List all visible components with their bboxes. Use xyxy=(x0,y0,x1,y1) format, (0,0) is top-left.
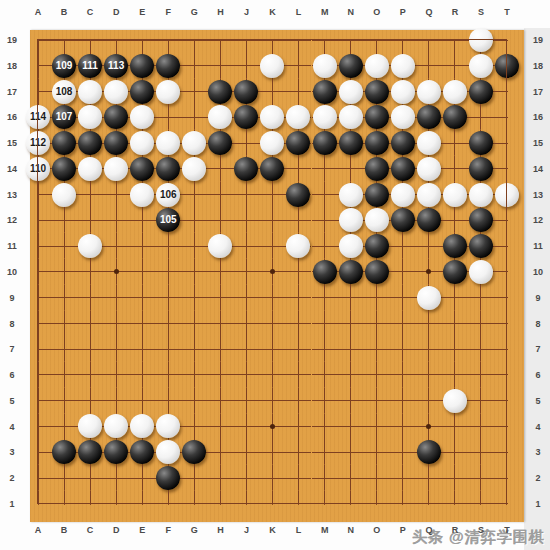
intersection-C18[interactable]: 111 xyxy=(77,53,103,79)
intersection-N18[interactable] xyxy=(338,53,364,79)
intersection-T13[interactable] xyxy=(494,182,520,208)
intersection-B17[interactable]: 108 xyxy=(51,79,77,105)
intersection-E9[interactable] xyxy=(129,285,155,311)
intersection-D1[interactable] xyxy=(103,491,129,517)
intersection-N1[interactable] xyxy=(338,491,364,517)
intersection-K16[interactable] xyxy=(259,104,285,130)
intersection-P5[interactable] xyxy=(390,388,416,414)
intersection-K11[interactable] xyxy=(259,233,285,259)
intersection-P15[interactable] xyxy=(390,130,416,156)
intersection-H3[interactable] xyxy=(207,439,233,465)
intersection-O7[interactable] xyxy=(364,336,390,362)
intersection-R8[interactable] xyxy=(442,311,468,337)
intersection-H19[interactable] xyxy=(207,27,233,53)
intersection-O11[interactable] xyxy=(364,233,390,259)
intersection-Q18[interactable] xyxy=(416,53,442,79)
intersection-C1[interactable] xyxy=(77,491,103,517)
intersection-A12[interactable] xyxy=(25,207,51,233)
intersection-M5[interactable] xyxy=(312,388,338,414)
intersection-E10[interactable] xyxy=(129,259,155,285)
intersection-N4[interactable] xyxy=(338,414,364,440)
intersection-E4[interactable] xyxy=(129,414,155,440)
intersection-M3[interactable] xyxy=(312,439,338,465)
intersection-D12[interactable] xyxy=(103,207,129,233)
intersection-A6[interactable] xyxy=(25,362,51,388)
intersection-T11[interactable] xyxy=(494,233,520,259)
intersection-N10[interactable] xyxy=(338,259,364,285)
intersection-L14[interactable] xyxy=(285,156,311,182)
intersection-C3[interactable] xyxy=(77,439,103,465)
intersection-O4[interactable] xyxy=(364,414,390,440)
intersection-T5[interactable] xyxy=(494,388,520,414)
intersection-S18[interactable] xyxy=(468,53,494,79)
intersection-S13[interactable] xyxy=(468,182,494,208)
intersection-A4[interactable] xyxy=(25,414,51,440)
intersection-A16[interactable]: 114 xyxy=(25,104,51,130)
intersection-F15[interactable] xyxy=(155,130,181,156)
intersection-P8[interactable] xyxy=(390,311,416,337)
intersection-Q16[interactable] xyxy=(416,104,442,130)
intersection-B4[interactable] xyxy=(51,414,77,440)
intersection-A10[interactable] xyxy=(25,259,51,285)
intersection-N16[interactable] xyxy=(338,104,364,130)
intersection-F16[interactable] xyxy=(155,104,181,130)
intersection-S7[interactable] xyxy=(468,336,494,362)
intersection-P11[interactable] xyxy=(390,233,416,259)
intersection-K8[interactable] xyxy=(259,311,285,337)
intersection-F2[interactable] xyxy=(155,465,181,491)
intersection-E7[interactable] xyxy=(129,336,155,362)
intersection-R15[interactable] xyxy=(442,130,468,156)
intersection-R17[interactable] xyxy=(442,79,468,105)
intersection-C8[interactable] xyxy=(77,311,103,337)
intersection-G19[interactable] xyxy=(181,27,207,53)
intersection-B8[interactable] xyxy=(51,311,77,337)
intersection-Q6[interactable] xyxy=(416,362,442,388)
intersection-P17[interactable] xyxy=(390,79,416,105)
intersection-T8[interactable] xyxy=(494,311,520,337)
intersection-M7[interactable] xyxy=(312,336,338,362)
intersection-P16[interactable] xyxy=(390,104,416,130)
intersection-O2[interactable] xyxy=(364,465,390,491)
intersection-N5[interactable] xyxy=(338,388,364,414)
intersection-P1[interactable] xyxy=(390,491,416,517)
intersection-C13[interactable] xyxy=(77,182,103,208)
intersection-A19[interactable] xyxy=(25,27,51,53)
intersection-S14[interactable] xyxy=(468,156,494,182)
intersection-M6[interactable] xyxy=(312,362,338,388)
intersection-M17[interactable] xyxy=(312,79,338,105)
intersection-O13[interactable] xyxy=(364,182,390,208)
intersection-P3[interactable] xyxy=(390,439,416,465)
intersection-K1[interactable] xyxy=(259,491,285,517)
intersection-G14[interactable] xyxy=(181,156,207,182)
intersection-K19[interactable] xyxy=(259,27,285,53)
intersection-E11[interactable] xyxy=(129,233,155,259)
intersection-Q8[interactable] xyxy=(416,311,442,337)
intersection-F1[interactable] xyxy=(155,491,181,517)
intersection-L8[interactable] xyxy=(285,311,311,337)
intersection-S5[interactable] xyxy=(468,388,494,414)
intersection-B12[interactable] xyxy=(51,207,77,233)
intersection-G3[interactable] xyxy=(181,439,207,465)
intersection-G12[interactable] xyxy=(181,207,207,233)
intersection-R12[interactable] xyxy=(442,207,468,233)
intersection-S17[interactable] xyxy=(468,79,494,105)
intersection-D9[interactable] xyxy=(103,285,129,311)
intersection-H7[interactable] xyxy=(207,336,233,362)
intersection-E5[interactable] xyxy=(129,388,155,414)
intersection-M2[interactable] xyxy=(312,465,338,491)
intersection-N6[interactable] xyxy=(338,362,364,388)
intersection-F3[interactable] xyxy=(155,439,181,465)
intersection-G5[interactable] xyxy=(181,388,207,414)
intersection-P9[interactable] xyxy=(390,285,416,311)
intersection-M10[interactable] xyxy=(312,259,338,285)
intersection-S16[interactable] xyxy=(468,104,494,130)
intersection-T6[interactable] xyxy=(494,362,520,388)
intersection-C2[interactable] xyxy=(77,465,103,491)
intersection-N7[interactable] xyxy=(338,336,364,362)
intersection-R19[interactable] xyxy=(442,27,468,53)
intersection-E16[interactable] xyxy=(129,104,155,130)
intersection-B15[interactable] xyxy=(51,130,77,156)
intersection-J13[interactable] xyxy=(233,182,259,208)
intersection-Q11[interactable] xyxy=(416,233,442,259)
intersection-O12[interactable] xyxy=(364,207,390,233)
intersection-T4[interactable] xyxy=(494,414,520,440)
intersection-C19[interactable] xyxy=(77,27,103,53)
intersection-K2[interactable] xyxy=(259,465,285,491)
intersection-T19[interactable] xyxy=(494,27,520,53)
intersection-A17[interactable] xyxy=(25,79,51,105)
intersection-P12[interactable] xyxy=(390,207,416,233)
intersection-C5[interactable] xyxy=(77,388,103,414)
intersection-R9[interactable] xyxy=(442,285,468,311)
intersection-D6[interactable] xyxy=(103,362,129,388)
intersection-F13[interactable]: 106 xyxy=(155,182,181,208)
intersection-J11[interactable] xyxy=(233,233,259,259)
intersection-E1[interactable] xyxy=(129,491,155,517)
intersection-F12[interactable]: 105 xyxy=(155,207,181,233)
intersection-H2[interactable] xyxy=(207,465,233,491)
intersection-G8[interactable] xyxy=(181,311,207,337)
intersection-O5[interactable] xyxy=(364,388,390,414)
intersection-G9[interactable] xyxy=(181,285,207,311)
intersection-O6[interactable] xyxy=(364,362,390,388)
intersection-G15[interactable] xyxy=(181,130,207,156)
intersection-C16[interactable] xyxy=(77,104,103,130)
intersection-S11[interactable] xyxy=(468,233,494,259)
intersection-A5[interactable] xyxy=(25,388,51,414)
intersection-T12[interactable] xyxy=(494,207,520,233)
intersection-O10[interactable] xyxy=(364,259,390,285)
intersection-K4[interactable] xyxy=(259,414,285,440)
go-board[interactable]: 109111113108114107112110106105 xyxy=(30,30,524,522)
intersection-T18[interactable] xyxy=(494,53,520,79)
intersection-J18[interactable] xyxy=(233,53,259,79)
intersection-C17[interactable] xyxy=(77,79,103,105)
intersection-Q1[interactable] xyxy=(416,491,442,517)
intersection-K5[interactable] xyxy=(259,388,285,414)
intersection-O17[interactable] xyxy=(364,79,390,105)
intersection-D8[interactable] xyxy=(103,311,129,337)
intersection-J16[interactable] xyxy=(233,104,259,130)
intersection-J15[interactable] xyxy=(233,130,259,156)
intersection-P10[interactable] xyxy=(390,259,416,285)
intersection-A2[interactable] xyxy=(25,465,51,491)
intersection-K6[interactable] xyxy=(259,362,285,388)
intersection-D2[interactable] xyxy=(103,465,129,491)
intersection-P14[interactable] xyxy=(390,156,416,182)
intersection-K9[interactable] xyxy=(259,285,285,311)
intersection-J5[interactable] xyxy=(233,388,259,414)
intersection-A8[interactable] xyxy=(25,311,51,337)
intersection-F5[interactable] xyxy=(155,388,181,414)
intersection-J14[interactable] xyxy=(233,156,259,182)
intersection-Q9[interactable] xyxy=(416,285,442,311)
intersection-Q7[interactable] xyxy=(416,336,442,362)
intersection-L16[interactable] xyxy=(285,104,311,130)
intersection-Q10[interactable] xyxy=(416,259,442,285)
intersection-P18[interactable] xyxy=(390,53,416,79)
intersection-B5[interactable] xyxy=(51,388,77,414)
intersection-B16[interactable]: 107 xyxy=(51,104,77,130)
intersection-L18[interactable] xyxy=(285,53,311,79)
intersection-K10[interactable] xyxy=(259,259,285,285)
intersection-N13[interactable] xyxy=(338,182,364,208)
intersection-H8[interactable] xyxy=(207,311,233,337)
intersection-O16[interactable] xyxy=(364,104,390,130)
intersection-C12[interactable] xyxy=(77,207,103,233)
intersection-A3[interactable] xyxy=(25,439,51,465)
intersection-K15[interactable] xyxy=(259,130,285,156)
intersection-M1[interactable] xyxy=(312,491,338,517)
intersection-B1[interactable] xyxy=(51,491,77,517)
intersection-S6[interactable] xyxy=(468,362,494,388)
intersection-F18[interactable] xyxy=(155,53,181,79)
intersection-Q5[interactable] xyxy=(416,388,442,414)
intersection-R1[interactable] xyxy=(442,491,468,517)
intersection-H13[interactable] xyxy=(207,182,233,208)
intersection-F14[interactable] xyxy=(155,156,181,182)
intersection-C7[interactable] xyxy=(77,336,103,362)
intersection-O19[interactable] xyxy=(364,27,390,53)
intersection-D13[interactable] xyxy=(103,182,129,208)
intersection-S3[interactable] xyxy=(468,439,494,465)
intersection-D10[interactable] xyxy=(103,259,129,285)
intersection-M19[interactable] xyxy=(312,27,338,53)
intersection-B6[interactable] xyxy=(51,362,77,388)
intersection-A15[interactable]: 112 xyxy=(25,130,51,156)
intersection-G18[interactable] xyxy=(181,53,207,79)
intersection-G10[interactable] xyxy=(181,259,207,285)
intersection-H4[interactable] xyxy=(207,414,233,440)
intersection-E6[interactable] xyxy=(129,362,155,388)
intersection-E15[interactable] xyxy=(129,130,155,156)
intersection-M9[interactable] xyxy=(312,285,338,311)
intersection-L7[interactable] xyxy=(285,336,311,362)
intersection-F10[interactable] xyxy=(155,259,181,285)
intersection-C11[interactable] xyxy=(77,233,103,259)
intersection-O3[interactable] xyxy=(364,439,390,465)
intersection-D19[interactable] xyxy=(103,27,129,53)
intersection-C4[interactable] xyxy=(77,414,103,440)
intersection-R6[interactable] xyxy=(442,362,468,388)
intersection-D5[interactable] xyxy=(103,388,129,414)
intersection-H1[interactable] xyxy=(207,491,233,517)
intersection-G7[interactable] xyxy=(181,336,207,362)
intersection-T2[interactable] xyxy=(494,465,520,491)
intersection-D7[interactable] xyxy=(103,336,129,362)
intersection-L10[interactable] xyxy=(285,259,311,285)
intersection-P19[interactable] xyxy=(390,27,416,53)
intersection-R4[interactable] xyxy=(442,414,468,440)
intersection-R10[interactable] xyxy=(442,259,468,285)
intersection-T17[interactable] xyxy=(494,79,520,105)
intersection-C9[interactable] xyxy=(77,285,103,311)
intersection-A9[interactable] xyxy=(25,285,51,311)
intersection-T16[interactable] xyxy=(494,104,520,130)
intersection-K12[interactable] xyxy=(259,207,285,233)
intersection-Q19[interactable] xyxy=(416,27,442,53)
intersection-L12[interactable] xyxy=(285,207,311,233)
intersection-B11[interactable] xyxy=(51,233,77,259)
intersection-G1[interactable] xyxy=(181,491,207,517)
intersection-N9[interactable] xyxy=(338,285,364,311)
intersection-G4[interactable] xyxy=(181,414,207,440)
intersection-L1[interactable] xyxy=(285,491,311,517)
intersection-O9[interactable] xyxy=(364,285,390,311)
intersection-J9[interactable] xyxy=(233,285,259,311)
intersection-R2[interactable] xyxy=(442,465,468,491)
intersection-L2[interactable] xyxy=(285,465,311,491)
intersection-Q3[interactable] xyxy=(416,439,442,465)
intersection-B3[interactable] xyxy=(51,439,77,465)
intersection-O18[interactable] xyxy=(364,53,390,79)
intersection-L6[interactable] xyxy=(285,362,311,388)
intersection-T14[interactable] xyxy=(494,156,520,182)
intersection-K14[interactable] xyxy=(259,156,285,182)
intersection-B7[interactable] xyxy=(51,336,77,362)
intersection-N17[interactable] xyxy=(338,79,364,105)
intersection-L19[interactable] xyxy=(285,27,311,53)
intersection-J8[interactable] xyxy=(233,311,259,337)
intersection-M8[interactable] xyxy=(312,311,338,337)
intersection-A1[interactable] xyxy=(25,491,51,517)
intersection-J2[interactable] xyxy=(233,465,259,491)
intersection-G6[interactable] xyxy=(181,362,207,388)
intersection-Q14[interactable] xyxy=(416,156,442,182)
intersection-A14[interactable]: 110 xyxy=(25,156,51,182)
intersection-P7[interactable] xyxy=(390,336,416,362)
intersection-C6[interactable] xyxy=(77,362,103,388)
intersection-O14[interactable] xyxy=(364,156,390,182)
intersection-D18[interactable]: 113 xyxy=(103,53,129,79)
intersection-L5[interactable] xyxy=(285,388,311,414)
intersection-R18[interactable] xyxy=(442,53,468,79)
intersection-L3[interactable] xyxy=(285,439,311,465)
intersection-Q4[interactable] xyxy=(416,414,442,440)
intersection-H14[interactable] xyxy=(207,156,233,182)
intersection-S12[interactable] xyxy=(468,207,494,233)
intersection-A13[interactable] xyxy=(25,182,51,208)
intersection-H10[interactable] xyxy=(207,259,233,285)
intersection-N15[interactable] xyxy=(338,130,364,156)
intersection-M13[interactable] xyxy=(312,182,338,208)
intersection-T10[interactable] xyxy=(494,259,520,285)
intersection-H6[interactable] xyxy=(207,362,233,388)
intersection-M12[interactable] xyxy=(312,207,338,233)
intersection-Q12[interactable] xyxy=(416,207,442,233)
intersection-H18[interactable] xyxy=(207,53,233,79)
intersection-D3[interactable] xyxy=(103,439,129,465)
intersection-J4[interactable] xyxy=(233,414,259,440)
intersection-E8[interactable] xyxy=(129,311,155,337)
intersection-F9[interactable] xyxy=(155,285,181,311)
intersection-T1[interactable] xyxy=(494,491,520,517)
intersection-H17[interactable] xyxy=(207,79,233,105)
intersection-E19[interactable] xyxy=(129,27,155,53)
intersection-T15[interactable] xyxy=(494,130,520,156)
intersection-E17[interactable] xyxy=(129,79,155,105)
intersection-S1[interactable] xyxy=(468,491,494,517)
intersection-E14[interactable] xyxy=(129,156,155,182)
intersection-R3[interactable] xyxy=(442,439,468,465)
intersection-E13[interactable] xyxy=(129,182,155,208)
intersection-H12[interactable] xyxy=(207,207,233,233)
intersection-L17[interactable] xyxy=(285,79,311,105)
intersection-G13[interactable] xyxy=(181,182,207,208)
intersection-D4[interactable] xyxy=(103,414,129,440)
intersection-B19[interactable] xyxy=(51,27,77,53)
intersection-P4[interactable] xyxy=(390,414,416,440)
intersection-G17[interactable] xyxy=(181,79,207,105)
intersection-K18[interactable] xyxy=(259,53,285,79)
intersection-B14[interactable] xyxy=(51,156,77,182)
intersection-S8[interactable] xyxy=(468,311,494,337)
intersection-M18[interactable] xyxy=(312,53,338,79)
intersection-K7[interactable] xyxy=(259,336,285,362)
intersection-J17[interactable] xyxy=(233,79,259,105)
intersection-M16[interactable] xyxy=(312,104,338,130)
intersection-C10[interactable] xyxy=(77,259,103,285)
intersection-S15[interactable] xyxy=(468,130,494,156)
intersection-G2[interactable] xyxy=(181,465,207,491)
intersection-J10[interactable] xyxy=(233,259,259,285)
intersection-E2[interactable] xyxy=(129,465,155,491)
intersection-K3[interactable] xyxy=(259,439,285,465)
intersection-N3[interactable] xyxy=(338,439,364,465)
intersection-F8[interactable] xyxy=(155,311,181,337)
intersection-O1[interactable] xyxy=(364,491,390,517)
intersection-F4[interactable] xyxy=(155,414,181,440)
intersection-Q2[interactable] xyxy=(416,465,442,491)
intersection-M11[interactable] xyxy=(312,233,338,259)
intersection-F11[interactable] xyxy=(155,233,181,259)
intersection-T7[interactable] xyxy=(494,336,520,362)
intersection-R5[interactable] xyxy=(442,388,468,414)
intersection-S10[interactable] xyxy=(468,259,494,285)
intersection-P13[interactable] xyxy=(390,182,416,208)
intersection-D14[interactable] xyxy=(103,156,129,182)
intersection-B9[interactable] xyxy=(51,285,77,311)
intersection-H11[interactable] xyxy=(207,233,233,259)
intersection-O15[interactable] xyxy=(364,130,390,156)
intersection-R16[interactable] xyxy=(442,104,468,130)
intersection-F6[interactable] xyxy=(155,362,181,388)
intersection-L15[interactable] xyxy=(285,130,311,156)
